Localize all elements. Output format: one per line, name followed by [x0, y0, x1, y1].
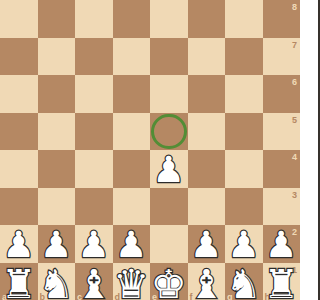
- piece-white-queen-d1[interactable]: ♛♛: [113, 263, 151, 300]
- square-a8[interactable]: [0, 0, 38, 38]
- square-g5[interactable]: [225, 113, 263, 151]
- square-b4[interactable]: [38, 150, 76, 188]
- square-c7[interactable]: [75, 38, 113, 76]
- square-c2[interactable]: ♟♟: [75, 225, 113, 263]
- square-g4[interactable]: [225, 150, 263, 188]
- square-b7[interactable]: [38, 38, 76, 76]
- square-h7[interactable]: 7: [263, 38, 301, 76]
- square-d1[interactable]: d♛♛: [113, 263, 151, 300]
- square-c3[interactable]: [75, 188, 113, 226]
- square-b8[interactable]: [38, 0, 76, 38]
- king-glyph: ♚: [151, 264, 187, 300]
- square-f2[interactable]: ♟♟: [188, 225, 226, 263]
- piece-white-pawn-g2[interactable]: ♟♟: [225, 225, 263, 263]
- square-a5[interactable]: [0, 113, 38, 151]
- square-f8[interactable]: [188, 0, 226, 38]
- square-h3[interactable]: 3: [263, 188, 301, 226]
- pawn-glyph: ♟: [153, 152, 185, 188]
- annotation-circle-e5: [151, 114, 187, 150]
- piece-white-pawn-f2[interactable]: ♟♟: [188, 225, 226, 263]
- piece-white-rook-h1[interactable]: ♜♜: [263, 263, 301, 300]
- queen-glyph: ♛: [113, 264, 149, 300]
- piece-white-king-e1[interactable]: ♚♚: [150, 263, 188, 300]
- pawn-glyph: ♟: [190, 227, 222, 263]
- square-d7[interactable]: [113, 38, 151, 76]
- square-e8[interactable]: [150, 0, 188, 38]
- piece-white-bishop-f1[interactable]: ♝♝: [188, 263, 226, 300]
- square-h4[interactable]: 4: [263, 150, 301, 188]
- coord-rank-5: 5: [292, 116, 297, 125]
- square-e3[interactable]: [150, 188, 188, 226]
- square-g2[interactable]: ♟♟: [225, 225, 263, 263]
- square-g7[interactable]: [225, 38, 263, 76]
- square-e4[interactable]: ♟♟: [150, 150, 188, 188]
- square-g8[interactable]: [225, 0, 263, 38]
- square-h8[interactable]: 8: [263, 0, 301, 38]
- square-e5[interactable]: [150, 113, 188, 151]
- square-h2[interactable]: 2♟♟: [263, 225, 301, 263]
- square-f6[interactable]: [188, 75, 226, 113]
- piece-white-pawn-h2[interactable]: ♟♟: [263, 225, 301, 263]
- square-c4[interactable]: [75, 150, 113, 188]
- knight-glyph: ♞: [226, 264, 262, 300]
- square-h5[interactable]: 5: [263, 113, 301, 151]
- rook-glyph: ♜: [1, 264, 37, 300]
- square-e2[interactable]: [150, 225, 188, 263]
- bishop-glyph: ♝: [76, 264, 112, 300]
- coord-rank-7: 7: [292, 41, 297, 50]
- square-d2[interactable]: ♟♟: [113, 225, 151, 263]
- square-c5[interactable]: [75, 113, 113, 151]
- chess-board: 8765♟♟43♟♟♟♟♟♟♟♟♟♟♟♟2♟♟a♜♜b♞♞c♝♝d♛♛e♚♚f♝…: [0, 0, 300, 300]
- square-d3[interactable]: [113, 188, 151, 226]
- square-e6[interactable]: [150, 75, 188, 113]
- square-a7[interactable]: [0, 38, 38, 76]
- bishop-glyph: ♝: [188, 264, 224, 300]
- pawn-glyph: ♟: [78, 227, 110, 263]
- pawn-glyph: ♟: [265, 227, 297, 263]
- square-f3[interactable]: [188, 188, 226, 226]
- piece-white-pawn-a2[interactable]: ♟♟: [0, 225, 38, 263]
- knight-glyph: ♞: [38, 264, 74, 300]
- piece-white-pawn-d2[interactable]: ♟♟: [113, 225, 151, 263]
- square-b6[interactable]: [38, 75, 76, 113]
- pawn-glyph: ♟: [115, 227, 147, 263]
- pawn-glyph: ♟: [228, 227, 260, 263]
- square-c6[interactable]: [75, 75, 113, 113]
- piece-white-pawn-e4[interactable]: ♟♟: [150, 150, 188, 188]
- square-a2[interactable]: ♟♟: [0, 225, 38, 263]
- square-g1[interactable]: g♞♞: [225, 263, 263, 300]
- square-e7[interactable]: [150, 38, 188, 76]
- rook-glyph: ♜: [263, 264, 299, 300]
- pawn-glyph: ♟: [40, 227, 72, 263]
- piece-white-knight-b1[interactable]: ♞♞: [38, 263, 76, 300]
- square-h6[interactable]: 6: [263, 75, 301, 113]
- square-b2[interactable]: ♟♟: [38, 225, 76, 263]
- square-a6[interactable]: [0, 75, 38, 113]
- coord-rank-6: 6: [292, 78, 297, 87]
- square-f5[interactable]: [188, 113, 226, 151]
- piece-white-knight-g1[interactable]: ♞♞: [225, 263, 263, 300]
- square-b5[interactable]: [38, 113, 76, 151]
- square-f4[interactable]: [188, 150, 226, 188]
- square-f7[interactable]: [188, 38, 226, 76]
- square-f1[interactable]: f♝♝: [188, 263, 226, 300]
- square-c8[interactable]: [75, 0, 113, 38]
- piece-white-bishop-c1[interactable]: ♝♝: [75, 263, 113, 300]
- square-d8[interactable]: [113, 0, 151, 38]
- square-d5[interactable]: [113, 113, 151, 151]
- piece-white-rook-a1[interactable]: ♜♜: [0, 263, 38, 300]
- square-c1[interactable]: c♝♝: [75, 263, 113, 300]
- square-g3[interactable]: [225, 188, 263, 226]
- square-e1[interactable]: e♚♚: [150, 263, 188, 300]
- coord-rank-3: 3: [292, 191, 297, 200]
- square-d4[interactable]: [113, 150, 151, 188]
- square-g6[interactable]: [225, 75, 263, 113]
- piece-white-pawn-b2[interactable]: ♟♟: [38, 225, 76, 263]
- square-a4[interactable]: [0, 150, 38, 188]
- square-d6[interactable]: [113, 75, 151, 113]
- pawn-glyph: ♟: [3, 227, 35, 263]
- square-b3[interactable]: [38, 188, 76, 226]
- coord-rank-4: 4: [292, 153, 297, 162]
- coord-rank-8: 8: [292, 3, 297, 12]
- square-a1[interactable]: a♜♜: [0, 263, 38, 300]
- square-b1[interactable]: b♞♞: [38, 263, 76, 300]
- square-a3[interactable]: [0, 188, 38, 226]
- piece-white-pawn-c2[interactable]: ♟♟: [75, 225, 113, 263]
- square-h1[interactable]: 1h♜♜: [263, 263, 301, 300]
